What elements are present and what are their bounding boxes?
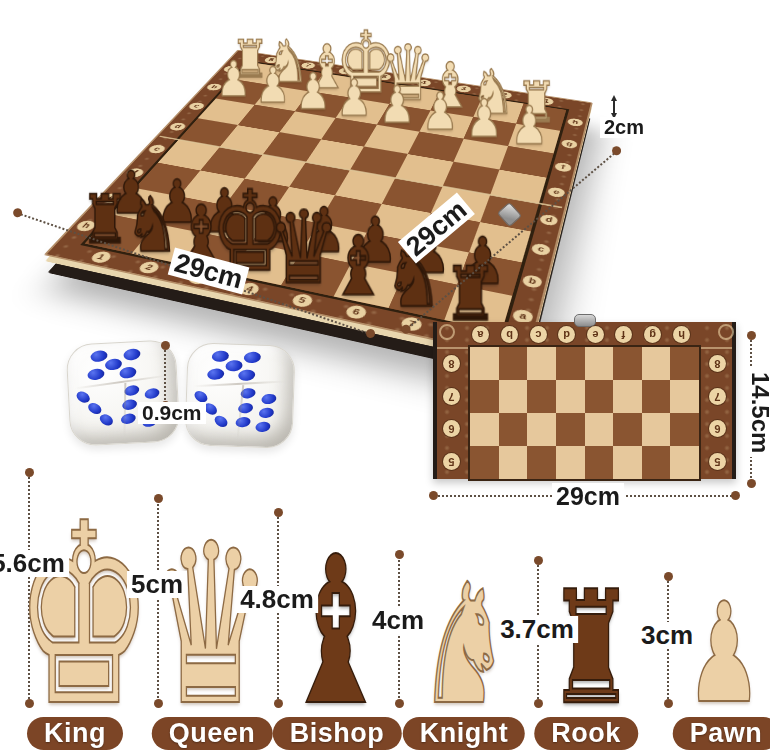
white-pawn: ♟ [466,93,503,145]
folded-medallion: 5 [709,453,726,470]
dimension-thickness: 2cm [600,117,648,138]
folded-square [556,446,585,479]
piece-height-label: 4.8cm [236,586,318,613]
folded-medallion: 7 [443,388,460,405]
piece-name-pill: Queen [152,717,273,750]
dice-dimension-line [164,347,166,404]
black-rook: ♜ [444,256,498,331]
folded-corner-scroll [718,324,734,340]
die-pip [123,384,140,398]
folded-chessboard: abcdefgh88776655 [433,322,736,479]
white-pawn: ♟ [379,80,415,131]
die-pip [238,402,255,414]
folded-square [585,446,614,479]
piece-name-pill: Bishop [273,717,402,750]
die-pip [87,367,106,381]
folded-square [470,413,499,446]
border-medallion: c [187,102,206,111]
die-pip [122,347,141,361]
die-pip [260,392,277,404]
knight-piece: ♞ [418,562,510,728]
folded-square [527,347,556,380]
dimension-folded-height: 14.5cm [748,368,770,457]
folded-square [613,413,642,446]
piece-name-pill: Pawn [673,717,770,750]
folded-square [642,347,671,380]
folded-square [499,413,528,446]
border-medallion: d [167,122,187,132]
piece-height-label: 3.7cm [496,616,578,643]
folded-medallion: b [501,326,518,343]
piece-height-label: 4cm [368,607,428,634]
border-medallion: c [531,242,552,256]
border-medallion: b [521,274,543,289]
die-pip [225,360,243,373]
folded-square [527,380,556,413]
piece-name-pill: Knight [403,717,525,750]
border-medallion: e [146,144,167,154]
folded-square [499,380,528,413]
folded-square [613,380,642,413]
folded-square [556,413,585,446]
die-2 [184,342,296,449]
white-pawn: ♟ [296,67,332,117]
die-pip [258,406,275,418]
folded-square [585,380,614,413]
dimension-folded-width: 29cm [552,483,624,509]
folded-medallion: e [587,326,604,343]
piece-name-pill: Rook [534,717,638,750]
die-pip [240,388,257,400]
folded-medallion: 5 [443,453,460,470]
folded-square [499,347,528,380]
die-pip [235,416,252,428]
die-pip [120,412,137,426]
white-pawn: ♟ [337,73,373,123]
folded-board-grid [470,347,699,479]
folded-corner-scroll [439,324,455,340]
folded-medallion: 6 [443,420,460,437]
folded-medallion: g [644,326,661,343]
die-pip [206,368,224,381]
piece-name-pill: King [27,717,123,750]
black-bishop: ♝ [329,225,388,307]
folded-square [527,446,556,479]
white-pawn: ♟ [216,55,251,103]
die-pip [144,387,161,401]
die-pip [212,413,229,429]
folded-square [527,413,556,446]
folded-square [613,347,642,380]
folded-square [499,446,528,479]
folded-medallion: 8 [443,355,460,372]
folded-medallion: 7 [709,388,726,405]
white-pawn: ♟ [422,86,459,137]
folded-square [670,380,699,413]
folded-square [642,446,671,479]
folded-medallion: c [530,326,547,343]
folded-medallion: 6 [709,420,726,437]
die-pip [97,412,114,428]
chess-set-product-image: ♜♞♝♚♛♝♞♜♟♟♟♟♟♟♟♟♟♟♟♟♟♟♟♟♜♞♝♚♛♝♞♜ 18ah27b… [0,0,770,750]
die-pip [255,420,272,432]
border-medallion: f [554,162,572,173]
folded-square [470,347,499,380]
die-pip [211,350,229,363]
folded-medallion: h [673,326,690,343]
folded-square [670,413,699,446]
piece-height-label: 5.6cm [0,550,69,577]
dimension-die-size: 0.9cm [138,402,206,424]
pawn-piece: ♟ [686,585,763,723]
folded-square [470,380,499,413]
white-pawn: ♟ [511,100,549,153]
die-pip [122,398,139,412]
border-medallion: h [567,117,584,126]
folded-square [670,446,699,479]
border-medallion: g [561,139,579,149]
folded-square [556,347,585,380]
folded-square [613,446,642,479]
thickness-arrow [613,98,615,116]
folded-square [642,413,671,446]
folded-square [670,347,699,380]
king-piece: ♚ [15,491,154,741]
folded-square [642,380,671,413]
folded-medallion: 8 [709,355,726,372]
folded-square [470,446,499,479]
piece-height-label: 3cm [637,622,697,649]
die-pip [243,351,261,364]
queen-piece: ♛ [149,514,272,736]
rook-piece: ♜ [548,570,635,726]
die-pip [119,366,138,380]
folded-square [556,380,585,413]
die-pip [238,369,256,382]
folded-square [585,347,614,380]
white-pawn: ♟ [255,61,290,110]
folded-square [585,413,614,446]
board-square [179,118,238,147]
piece-height-label: 5cm [127,571,187,598]
